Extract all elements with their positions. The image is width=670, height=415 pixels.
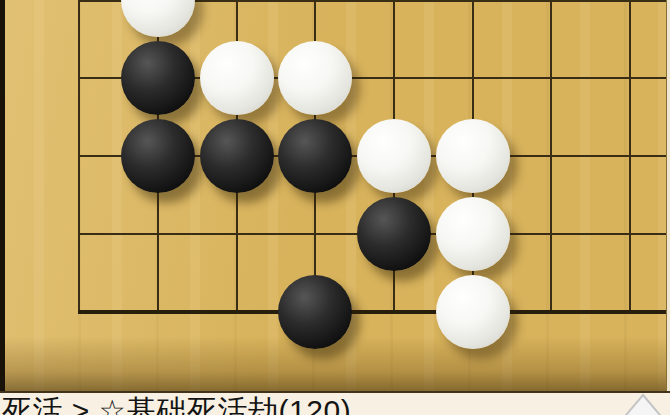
stone-white (200, 41, 274, 115)
breadcrumb: 死活 > ☆基础死活劫(120) (2, 394, 351, 415)
grid-line-vertical (629, 0, 631, 314)
stone-black (357, 197, 431, 271)
app-screen: 死活 > ☆基础死活劫(120) (0, 0, 670, 415)
expand-panel-button[interactable] (619, 393, 667, 415)
stone-white (357, 119, 431, 193)
board-bottom-edge-line (78, 310, 666, 314)
status-bar: 死活 > ☆基础死活劫(120) (0, 393, 670, 415)
stone-black (278, 119, 352, 193)
stone-black (121, 119, 195, 193)
stone-white (436, 275, 510, 349)
up-triangle-icon (619, 393, 667, 415)
stone-white (278, 41, 352, 115)
stone-white (436, 197, 510, 271)
go-board[interactable] (0, 0, 670, 393)
grid-line-vertical (78, 0, 80, 314)
stone-black (121, 41, 195, 115)
grid-line-vertical (550, 0, 552, 314)
stone-black (200, 119, 274, 193)
stone-white (436, 119, 510, 193)
board-right-edge (666, 0, 670, 391)
stone-black (278, 275, 352, 349)
board-left-border (0, 0, 5, 391)
